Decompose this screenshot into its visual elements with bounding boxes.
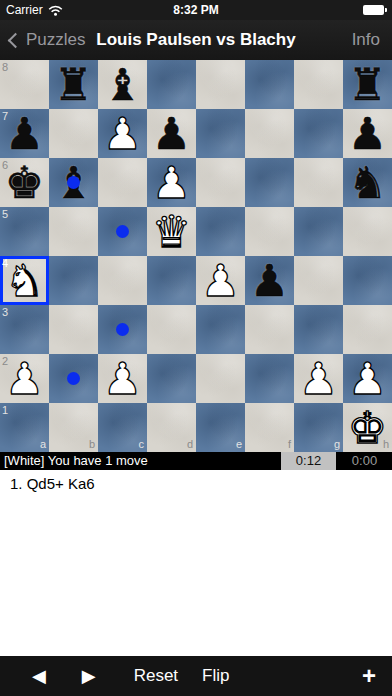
- square-f6[interactable]: [245, 158, 294, 207]
- file-label-g: g: [334, 439, 340, 450]
- square-h8[interactable]: ♜: [343, 60, 392, 109]
- game-status-bar: [White] You have 1 move 0:12 0:00: [0, 452, 392, 470]
- white-pawn-e4: ♟: [196, 256, 245, 305]
- white-queen-d5: ♛: [147, 207, 196, 256]
- file-label-h: h: [383, 439, 389, 450]
- square-h2[interactable]: ♟: [343, 354, 392, 403]
- square-b8[interactable]: ♜: [49, 60, 98, 109]
- legal-move-dot-c3[interactable]: [116, 323, 129, 336]
- square-b5[interactable]: [49, 207, 98, 256]
- square-e4[interactable]: ♟: [196, 256, 245, 305]
- square-a6[interactable]: 6♚: [0, 158, 49, 207]
- white-timer: 0:12: [281, 452, 336, 470]
- square-g3[interactable]: [294, 305, 343, 354]
- rank-label-2: 2: [2, 356, 8, 367]
- square-g6[interactable]: [294, 158, 343, 207]
- legal-move-dot-c5[interactable]: [116, 225, 129, 238]
- square-f1[interactable]: f: [245, 403, 294, 452]
- game-status-message: [White] You have 1 move: [0, 452, 281, 470]
- square-d2[interactable]: [147, 354, 196, 403]
- square-f3[interactable]: [245, 305, 294, 354]
- square-h6[interactable]: ♞: [343, 158, 392, 207]
- square-g2[interactable]: ♟: [294, 354, 343, 403]
- square-a8[interactable]: 8: [0, 60, 49, 109]
- file-label-b: b: [89, 439, 95, 450]
- square-c1[interactable]: c: [98, 403, 147, 452]
- square-b7[interactable]: [49, 109, 98, 158]
- black-rook-b8: ♜: [49, 60, 98, 109]
- back-button[interactable]: Puzzles: [10, 30, 86, 50]
- black-bishop-c8: ♝: [98, 60, 147, 109]
- square-c2[interactable]: ♟: [98, 354, 147, 403]
- rank-label-8: 8: [2, 62, 8, 73]
- reset-button[interactable]: Reset: [134, 666, 178, 686]
- black-timer: 0:00: [337, 452, 392, 470]
- square-d5[interactable]: ♛: [147, 207, 196, 256]
- square-d6[interactable]: ♟: [147, 158, 196, 207]
- carrier-label: Carrier: [6, 3, 43, 17]
- square-f4[interactable]: ♟: [245, 256, 294, 305]
- square-e6[interactable]: [196, 158, 245, 207]
- square-c6[interactable]: [98, 158, 147, 207]
- black-rook-h8: ♜: [343, 60, 392, 109]
- rank-label-4: 4: [2, 258, 8, 269]
- white-pawn-c2: ♟: [98, 354, 147, 403]
- square-h4[interactable]: [343, 256, 392, 305]
- bottom-toolbar: ◀ ▶ Reset Flip +: [0, 656, 392, 696]
- square-e1[interactable]: e: [196, 403, 245, 452]
- flip-button[interactable]: Flip: [202, 666, 229, 686]
- rank-label-6: 6: [2, 160, 8, 171]
- square-e8[interactable]: [196, 60, 245, 109]
- square-b4[interactable]: [49, 256, 98, 305]
- square-d7[interactable]: ♟: [147, 109, 196, 158]
- file-label-f: f: [288, 439, 291, 450]
- square-h3[interactable]: [343, 305, 392, 354]
- square-d3[interactable]: [147, 305, 196, 354]
- step-back-button[interactable]: ◀: [32, 656, 46, 696]
- square-f7[interactable]: [245, 109, 294, 158]
- square-a1[interactable]: 1a: [0, 403, 49, 452]
- square-c5[interactable]: [98, 207, 147, 256]
- square-e2[interactable]: [196, 354, 245, 403]
- square-f5[interactable]: [245, 207, 294, 256]
- battery-icon: [363, 5, 384, 15]
- status-bar: Carrier 8:32 PM: [0, 0, 392, 20]
- wifi-icon: [48, 5, 63, 16]
- square-f8[interactable]: [245, 60, 294, 109]
- square-a2[interactable]: 2♟: [0, 354, 49, 403]
- square-a5[interactable]: 5: [0, 207, 49, 256]
- square-d8[interactable]: [147, 60, 196, 109]
- square-b1[interactable]: b: [49, 403, 98, 452]
- rank-label-5: 5: [2, 209, 8, 220]
- add-button[interactable]: +: [362, 658, 376, 694]
- square-g7[interactable]: [294, 109, 343, 158]
- square-b6[interactable]: ♝: [49, 158, 98, 207]
- file-label-e: e: [236, 439, 242, 450]
- square-b2[interactable]: [49, 354, 98, 403]
- rank-label-7: 7: [2, 111, 8, 122]
- navigation-bar: Puzzles Louis Paulsen vs Blachy Info: [0, 20, 392, 60]
- square-g5[interactable]: [294, 207, 343, 256]
- step-forward-button[interactable]: ▶: [82, 656, 96, 696]
- square-h1[interactable]: h♚: [343, 403, 392, 452]
- rank-label-3: 3: [2, 307, 8, 318]
- white-pawn-h2: ♟: [343, 354, 392, 403]
- square-b3[interactable]: [49, 305, 98, 354]
- square-a4[interactable]: 4♞: [0, 256, 49, 305]
- square-a3[interactable]: 3: [0, 305, 49, 354]
- square-d1[interactable]: d: [147, 403, 196, 452]
- square-c8[interactable]: ♝: [98, 60, 147, 109]
- rank-label-1: 1: [2, 405, 8, 416]
- square-e7[interactable]: [196, 109, 245, 158]
- square-f2[interactable]: [245, 354, 294, 403]
- move-list: 1. Qd5+ Ka6: [0, 470, 392, 656]
- info-button[interactable]: Info: [352, 30, 380, 50]
- square-c7[interactable]: ♟: [98, 109, 147, 158]
- square-g1[interactable]: g: [294, 403, 343, 452]
- square-d4[interactable]: [147, 256, 196, 305]
- file-label-a: a: [40, 439, 46, 450]
- square-h5[interactable]: [343, 207, 392, 256]
- black-knight-h6: ♞: [343, 158, 392, 207]
- black-pawn-h7: ♟: [343, 109, 392, 158]
- square-e5[interactable]: [196, 207, 245, 256]
- square-c3[interactable]: [98, 305, 147, 354]
- black-pawn-f4: ♟: [245, 256, 294, 305]
- legal-move-dot-b6[interactable]: [67, 176, 80, 189]
- legal-move-dot-b2[interactable]: [67, 372, 80, 385]
- square-a7[interactable]: 7♟: [0, 109, 49, 158]
- square-h7[interactable]: ♟: [343, 109, 392, 158]
- square-c4[interactable]: [98, 256, 147, 305]
- white-pawn-g2: ♟: [294, 354, 343, 403]
- chess-board: 8♜♝♜7♟♟♟♟6♚♝♟♞5♛4♞♟♟32♟♟♟♟1abcdefgh♚: [0, 60, 392, 452]
- black-pawn-d7: ♟: [147, 109, 196, 158]
- white-pawn-d6: ♟: [147, 158, 196, 207]
- square-e3[interactable]: [196, 305, 245, 354]
- file-label-c: c: [139, 439, 145, 450]
- file-label-d: d: [187, 439, 193, 450]
- chevron-left-icon: [8, 32, 24, 48]
- square-g4[interactable]: [294, 256, 343, 305]
- back-button-label: Puzzles: [26, 30, 86, 50]
- white-pawn-c7: ♟: [98, 109, 147, 158]
- square-g8[interactable]: [294, 60, 343, 109]
- move-list-text: 1. Qd5+ Ka6: [10, 475, 95, 492]
